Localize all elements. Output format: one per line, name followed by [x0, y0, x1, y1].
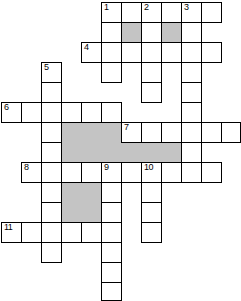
cell-r12c5[interactable]	[101, 242, 122, 263]
cell-r2c4[interactable]: 4	[81, 42, 102, 63]
clue-number-10: 10	[144, 163, 153, 172]
cell-r8c1[interactable]: 8	[21, 162, 42, 183]
cell-r8c6[interactable]	[121, 162, 142, 183]
cell-r0c8[interactable]	[161, 2, 182, 23]
cell-r2c10[interactable]	[201, 42, 222, 63]
cell-r10c7[interactable]	[141, 202, 162, 223]
cell-r6c8[interactable]	[161, 122, 182, 143]
cell-r4c2[interactable]	[41, 82, 62, 103]
cell-r6c10[interactable]	[201, 122, 222, 143]
blocked-cell-r7c7	[141, 142, 162, 163]
clue-number-7: 7	[124, 123, 129, 132]
cell-r11c1[interactable]	[21, 222, 42, 243]
cell-r6c2[interactable]	[41, 122, 62, 143]
blocked-cell-r9c3	[61, 182, 82, 203]
cell-r4c7[interactable]	[141, 82, 162, 103]
cell-r0c7[interactable]: 2	[141, 2, 162, 23]
cell-r1c5[interactable]	[101, 22, 122, 43]
cell-r3c2[interactable]: 5	[41, 62, 62, 83]
cell-r2c7[interactable]	[141, 42, 162, 63]
clue-number-8: 8	[24, 163, 29, 172]
cell-r6c7[interactable]	[141, 122, 162, 143]
cell-r8c5[interactable]: 9	[101, 162, 122, 183]
cell-r0c6[interactable]	[121, 2, 142, 23]
cell-r6c11[interactable]	[221, 122, 241, 143]
blocked-cell-r1c6	[121, 22, 142, 43]
cell-r6c6[interactable]: 7	[121, 122, 142, 143]
cell-r11c3[interactable]	[61, 222, 82, 243]
blocked-cell-r10c4	[81, 202, 102, 223]
cell-r11c5[interactable]	[101, 222, 122, 243]
cell-r11c4[interactable]	[81, 222, 102, 243]
cell-r11c7[interactable]	[141, 222, 162, 243]
blocked-cell-r7c8	[161, 142, 182, 163]
cell-r2c5[interactable]	[101, 42, 122, 63]
blocked-cell-r9c4	[81, 182, 102, 203]
cell-r9c7[interactable]	[141, 182, 162, 203]
cell-r1c7[interactable]	[141, 22, 162, 43]
cell-r8c10[interactable]	[201, 162, 222, 183]
cell-r7c9[interactable]	[181, 142, 202, 163]
cell-r9c2[interactable]	[41, 182, 62, 203]
clue-number-3: 3	[184, 3, 189, 12]
blocked-cell-r7c4	[81, 142, 102, 163]
cell-r0c9[interactable]: 3	[181, 2, 202, 23]
cell-r2c9[interactable]	[181, 42, 202, 63]
cell-r11c2[interactable]	[41, 222, 62, 243]
cell-r13c5[interactable]	[101, 262, 122, 283]
cell-r11c0[interactable]: 11	[1, 222, 22, 243]
blocked-cell-r6c5	[101, 122, 122, 143]
blocked-cell-r7c5	[101, 142, 122, 163]
cell-r7c2[interactable]	[41, 142, 62, 163]
cell-r8c3[interactable]	[61, 162, 82, 183]
blocked-cell-r6c4	[81, 122, 102, 143]
cell-r5c4[interactable]	[81, 102, 102, 123]
cell-r8c9[interactable]	[181, 162, 202, 183]
cell-r14c5[interactable]	[101, 282, 122, 301]
cell-r10c2[interactable]	[41, 202, 62, 223]
crossword-puzzle: 1234567891011	[0, 0, 241, 301]
blocked-cell-r7c6	[121, 142, 142, 163]
cell-r5c9[interactable]	[181, 102, 202, 123]
cell-r12c2[interactable]	[41, 242, 62, 263]
cell-r0c5[interactable]: 1	[101, 2, 122, 23]
cell-r6c9[interactable]	[181, 122, 202, 143]
cell-r8c2[interactable]	[41, 162, 62, 183]
cell-r3c7[interactable]	[141, 62, 162, 83]
cell-r3c9[interactable]	[181, 62, 202, 83]
cell-r10c5[interactable]	[101, 202, 122, 223]
cell-r2c6[interactable]	[121, 42, 142, 63]
cell-r8c7[interactable]: 10	[141, 162, 162, 183]
crossword-board: 1234567891011	[0, 0, 241, 301]
clue-number-4: 4	[84, 43, 89, 52]
cell-r5c1[interactable]	[21, 102, 42, 123]
blocked-cell-r6c3	[61, 122, 82, 143]
blocked-cell-r7c3	[61, 142, 82, 163]
clue-number-1: 1	[104, 3, 109, 12]
clue-number-5: 5	[44, 63, 49, 72]
cell-r8c4[interactable]	[81, 162, 102, 183]
clue-number-11: 11	[4, 223, 12, 232]
clue-number-2: 2	[144, 3, 149, 12]
cell-r5c3[interactable]	[61, 102, 82, 123]
cell-r5c5[interactable]	[101, 102, 122, 123]
cell-r2c8[interactable]	[161, 42, 182, 63]
cell-r5c2[interactable]	[41, 102, 62, 123]
blocked-cell-r10c3	[61, 202, 82, 223]
cell-r4c9[interactable]	[181, 82, 202, 103]
cell-r8c8[interactable]	[161, 162, 182, 183]
cell-r0c10[interactable]	[201, 2, 222, 23]
cell-r1c9[interactable]	[181, 22, 202, 43]
blocked-cell-r1c8	[161, 22, 182, 43]
clue-number-9: 9	[104, 163, 109, 172]
clue-number-6: 6	[4, 103, 9, 112]
cell-r5c0[interactable]: 6	[1, 102, 22, 123]
cell-r3c5[interactable]	[101, 62, 122, 83]
cell-r9c5[interactable]	[101, 182, 122, 203]
